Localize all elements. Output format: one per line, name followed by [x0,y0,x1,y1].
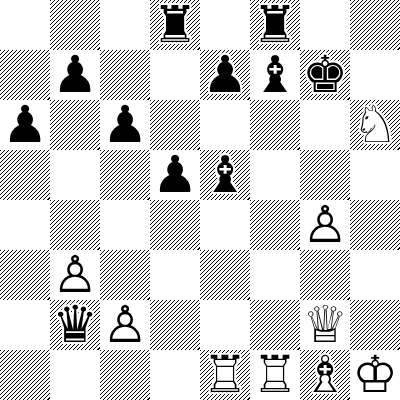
square-b8[interactable] [50,0,100,50]
square-c6[interactable]: ♟♟ [100,100,150,150]
square-e1[interactable]: ♜♖ [200,350,250,400]
square-g8[interactable] [300,0,350,50]
square-c3[interactable] [100,250,150,300]
square-h2[interactable] [350,300,400,350]
white-king-halo: ♚ [350,350,400,400]
square-g4[interactable]: ♟♙ [300,200,350,250]
black-pawn-icon: ♟ [0,100,50,150]
square-c4[interactable] [100,200,150,250]
square-d1[interactable] [150,350,200,400]
square-g6[interactable] [300,100,350,150]
square-e7[interactable]: ♟♟ [200,50,250,100]
square-h4[interactable] [350,200,400,250]
square-a2[interactable] [0,300,50,350]
black-pawn-halo: ♟ [150,150,200,200]
square-b5[interactable] [50,150,100,200]
black-bishop-icon: ♝ [250,50,300,100]
white-king-icon: ♔ [350,350,400,400]
square-e8[interactable] [200,0,250,50]
square-h8[interactable] [350,0,400,50]
white-pawn-icon: ♙ [100,300,150,350]
black-pawn-icon: ♟ [100,100,150,150]
square-d6[interactable] [150,100,200,150]
black-rook-halo: ♜ [250,0,300,50]
square-c8[interactable] [100,0,150,50]
square-a4[interactable] [0,200,50,250]
square-c7[interactable] [100,50,150,100]
square-a8[interactable] [0,0,50,50]
square-a6[interactable]: ♟♟ [0,100,50,150]
white-pawn-icon: ♙ [300,200,350,250]
black-pawn-icon: ♟ [50,50,100,100]
square-b7[interactable]: ♟♟ [50,50,100,100]
square-f7[interactable]: ♝♝ [250,50,300,100]
square-h7[interactable] [350,50,400,100]
black-king-halo: ♚ [300,50,350,100]
square-h5[interactable] [350,150,400,200]
white-pawn-icon: ♙ [50,250,100,300]
square-b4[interactable] [50,200,100,250]
square-a5[interactable] [0,150,50,200]
square-g1[interactable]: ♝♗ [300,350,350,400]
white-pawn-halo: ♟ [50,250,100,300]
square-d5[interactable]: ♟♟ [150,150,200,200]
white-queen-halo: ♛ [300,300,350,350]
white-rook-halo: ♜ [250,350,300,400]
black-rook-icon: ♜ [150,0,200,50]
square-e2[interactable] [200,300,250,350]
square-g5[interactable] [300,150,350,200]
square-c2[interactable]: ♟♙ [100,300,150,350]
square-e3[interactable] [200,250,250,300]
square-e5[interactable]: ♝♝ [200,150,250,200]
square-f6[interactable] [250,100,300,150]
white-queen-icon: ♕ [300,300,350,350]
black-pawn-icon: ♟ [200,50,250,100]
square-b2[interactable]: ♛♛ [50,300,100,350]
square-f3[interactable] [250,250,300,300]
square-f5[interactable] [250,150,300,200]
square-d8[interactable]: ♜♜ [150,0,200,50]
square-f4[interactable] [250,200,300,250]
black-bishop-halo: ♝ [250,50,300,100]
white-knight-halo: ♞ [350,100,400,150]
square-b6[interactable] [50,100,100,150]
square-e4[interactable] [200,200,250,250]
black-bishop-icon: ♝ [200,150,250,200]
black-queen-halo: ♛ [50,300,100,350]
black-pawn-halo: ♟ [0,100,50,150]
square-d2[interactable] [150,300,200,350]
black-king-icon: ♚ [300,50,350,100]
square-a1[interactable] [0,350,50,400]
square-g2[interactable]: ♛♕ [300,300,350,350]
square-g7[interactable]: ♚♚ [300,50,350,100]
square-e6[interactable] [200,100,250,150]
square-a3[interactable] [0,250,50,300]
black-pawn-halo: ♟ [100,100,150,150]
black-bishop-halo: ♝ [200,150,250,200]
square-f1[interactable]: ♜♖ [250,350,300,400]
white-bishop-icon: ♗ [300,350,350,400]
white-pawn-halo: ♟ [300,200,350,250]
white-bishop-halo: ♝ [300,350,350,400]
square-h3[interactable] [350,250,400,300]
square-h1[interactable]: ♚♔ [350,350,400,400]
black-rook-icon: ♜ [250,0,300,50]
square-b1[interactable] [50,350,100,400]
square-c1[interactable] [100,350,150,400]
white-knight-icon: ♘ [350,100,400,150]
black-pawn-halo: ♟ [200,50,250,100]
black-pawn-icon: ♟ [150,150,200,200]
black-queen-icon: ♛ [50,300,100,350]
square-f2[interactable] [250,300,300,350]
white-pawn-halo: ♟ [100,300,150,350]
square-b3[interactable]: ♟♙ [50,250,100,300]
white-rook-icon: ♖ [250,350,300,400]
square-a7[interactable] [0,50,50,100]
white-rook-halo: ♜ [200,350,250,400]
square-h6[interactable]: ♞♘ [350,100,400,150]
white-rook-icon: ♖ [200,350,250,400]
square-d7[interactable] [150,50,200,100]
black-pawn-halo: ♟ [50,50,100,100]
square-g3[interactable] [300,250,350,300]
square-d3[interactable] [150,250,200,300]
chess-board: ♜♜♜♜♟♟♟♟♝♝♚♚♟♟♟♟♞♘♟♟♝♝♟♙♟♙♛♛♟♙♛♕♜♖♜♖♝♗♚♔ [0,0,400,400]
square-d4[interactable] [150,200,200,250]
square-c5[interactable] [100,150,150,200]
square-f8[interactable]: ♜♜ [250,0,300,50]
black-rook-halo: ♜ [150,0,200,50]
